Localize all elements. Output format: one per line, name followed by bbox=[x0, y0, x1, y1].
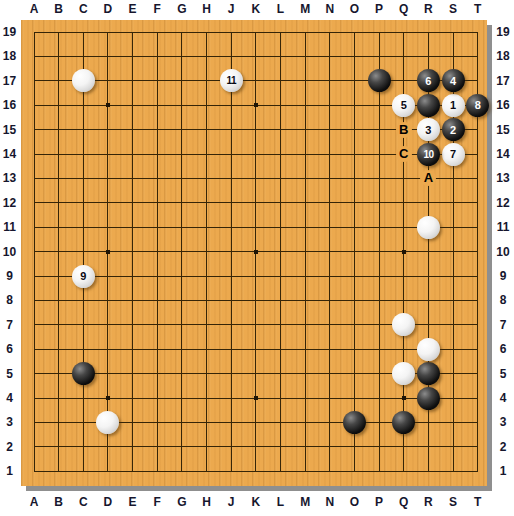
coord-label-right-8: 8 bbox=[492, 294, 514, 307]
coord-label-left-17: 17 bbox=[0, 75, 19, 88]
star-point bbox=[402, 250, 406, 254]
coord-label-right-9: 9 bbox=[492, 270, 514, 283]
go-board[interactable]: ABC1234567891011 bbox=[21, 20, 487, 486]
coord-label-right-14: 14 bbox=[492, 148, 514, 161]
grid-line-vertical bbox=[280, 32, 281, 472]
stone-black[interactable] bbox=[417, 94, 440, 117]
coord-label-right-6: 6 bbox=[492, 343, 514, 356]
coord-label-bottom-S: S bbox=[443, 496, 463, 509]
grid-line-horizontal bbox=[34, 446, 479, 447]
stone-white[interactable]: 3 bbox=[417, 118, 440, 141]
stone-black[interactable]: 2 bbox=[442, 118, 465, 141]
grid-line-horizontal bbox=[34, 276, 479, 277]
stone-black[interactable] bbox=[417, 387, 440, 410]
coord-label-top-A: A bbox=[24, 3, 44, 16]
coord-label-right-2: 2 bbox=[492, 441, 514, 454]
coord-label-bottom-D: D bbox=[98, 496, 118, 509]
coord-label-left-6: 6 bbox=[0, 343, 19, 356]
coord-label-left-18: 18 bbox=[0, 50, 19, 63]
coord-label-left-4: 4 bbox=[0, 392, 19, 405]
coord-label-top-J: J bbox=[221, 3, 241, 16]
coord-label-top-F: F bbox=[147, 3, 167, 16]
stone-black[interactable]: 10 bbox=[417, 143, 440, 166]
coord-label-top-M: M bbox=[295, 3, 315, 16]
coord-label-bottom-P: P bbox=[369, 496, 389, 509]
coord-label-bottom-N: N bbox=[320, 496, 340, 509]
coord-label-top-O: O bbox=[344, 3, 364, 16]
coord-label-left-16: 16 bbox=[0, 99, 19, 112]
coord-label-top-T: T bbox=[468, 3, 488, 16]
coord-label-bottom-B: B bbox=[49, 496, 69, 509]
coord-label-left-7: 7 bbox=[0, 319, 19, 332]
coord-label-top-L: L bbox=[271, 3, 291, 16]
star-point bbox=[402, 396, 406, 400]
stone-black[interactable] bbox=[417, 362, 440, 385]
coord-label-left-5: 5 bbox=[0, 368, 19, 381]
coord-label-bottom-Q: Q bbox=[394, 496, 414, 509]
coord-label-left-12: 12 bbox=[0, 197, 19, 210]
coord-label-right-7: 7 bbox=[492, 319, 514, 332]
stone-white[interactable] bbox=[392, 313, 415, 336]
stone-white[interactable] bbox=[417, 216, 440, 239]
stone-white[interactable]: 5 bbox=[392, 94, 415, 117]
coord-label-right-19: 19 bbox=[492, 26, 514, 39]
star-point bbox=[254, 396, 258, 400]
coord-label-bottom-C: C bbox=[73, 496, 93, 509]
coord-label-top-H: H bbox=[197, 3, 217, 16]
coord-label-right-18: 18 bbox=[492, 50, 514, 63]
stone-black[interactable] bbox=[368, 69, 391, 92]
grid-line-vertical bbox=[305, 32, 306, 472]
stone-white[interactable]: 1 bbox=[442, 94, 465, 117]
coord-label-bottom-O: O bbox=[344, 496, 364, 509]
grid-line-vertical bbox=[379, 32, 380, 472]
coord-label-left-10: 10 bbox=[0, 246, 19, 259]
coord-label-left-8: 8 bbox=[0, 294, 19, 307]
coord-label-bottom-R: R bbox=[418, 496, 438, 509]
coord-label-right-16: 16 bbox=[492, 99, 514, 112]
coord-label-top-B: B bbox=[49, 3, 69, 16]
coord-label-bottom-M: M bbox=[295, 496, 315, 509]
coord-label-top-G: G bbox=[172, 3, 192, 16]
star-point bbox=[106, 250, 110, 254]
stone-white[interactable] bbox=[96, 411, 119, 434]
coord-label-bottom-H: H bbox=[197, 496, 217, 509]
coord-label-bottom-L: L bbox=[271, 496, 291, 509]
stone-black[interactable]: 8 bbox=[466, 94, 489, 117]
coord-label-top-R: R bbox=[418, 3, 438, 16]
grid-line-horizontal bbox=[34, 300, 479, 301]
coord-label-bottom-G: G bbox=[172, 496, 192, 509]
grid-line-horizontal bbox=[34, 471, 479, 472]
stone-white[interactable]: 9 bbox=[72, 265, 95, 288]
stone-black[interactable] bbox=[392, 411, 415, 434]
coord-label-bottom-T: T bbox=[468, 496, 488, 509]
stone-white[interactable]: 7 bbox=[442, 143, 465, 166]
grid-line-vertical bbox=[329, 32, 330, 472]
coord-label-top-C: C bbox=[73, 3, 93, 16]
coord-label-bottom-K: K bbox=[246, 496, 266, 509]
coord-label-right-10: 10 bbox=[492, 246, 514, 259]
coord-label-bottom-F: F bbox=[147, 496, 167, 509]
stone-black[interactable] bbox=[343, 411, 366, 434]
stone-black[interactable]: 4 bbox=[442, 69, 465, 92]
coord-label-left-1: 1 bbox=[0, 465, 19, 478]
coord-label-right-17: 17 bbox=[492, 75, 514, 88]
coord-label-bottom-E: E bbox=[123, 496, 143, 509]
coord-label-right-3: 3 bbox=[492, 416, 514, 429]
coord-label-left-2: 2 bbox=[0, 441, 19, 454]
stone-white[interactable] bbox=[417, 338, 440, 361]
coord-label-left-9: 9 bbox=[0, 270, 19, 283]
coord-label-right-4: 4 bbox=[492, 392, 514, 405]
coord-label-bottom-J: J bbox=[221, 496, 241, 509]
coord-label-right-13: 13 bbox=[492, 172, 514, 185]
coord-label-left-15: 15 bbox=[0, 124, 19, 137]
coord-label-right-5: 5 bbox=[492, 368, 514, 381]
mark-label-A: A bbox=[420, 170, 436, 186]
stone-white[interactable] bbox=[392, 362, 415, 385]
coord-label-right-11: 11 bbox=[492, 221, 514, 234]
coord-label-left-13: 13 bbox=[0, 172, 19, 185]
coord-label-top-D: D bbox=[98, 3, 118, 16]
coord-label-top-S: S bbox=[443, 3, 463, 16]
coord-label-top-Q: Q bbox=[394, 3, 414, 16]
coord-label-top-P: P bbox=[369, 3, 389, 16]
mark-label-C: C bbox=[396, 146, 412, 162]
coord-label-left-11: 11 bbox=[0, 221, 19, 234]
grid-line-horizontal bbox=[34, 349, 479, 350]
coord-label-bottom-A: A bbox=[24, 496, 44, 509]
stone-black[interactable] bbox=[72, 362, 95, 385]
stone-white[interactable] bbox=[72, 69, 95, 92]
star-point bbox=[254, 250, 258, 254]
stone-black[interactable]: 6 bbox=[417, 69, 440, 92]
star-point bbox=[254, 103, 258, 107]
coord-label-right-15: 15 bbox=[492, 124, 514, 137]
star-point bbox=[106, 396, 110, 400]
go-diagram: ABC1234567891011 AABBCCDDEEFFGGHHJJKKLLM… bbox=[0, 0, 514, 516]
coord-label-left-14: 14 bbox=[0, 148, 19, 161]
coord-label-top-E: E bbox=[123, 3, 143, 16]
coord-label-top-K: K bbox=[246, 3, 266, 16]
grid-line-vertical bbox=[354, 32, 355, 472]
star-point bbox=[106, 103, 110, 107]
mark-label-B: B bbox=[396, 122, 412, 138]
stone-white[interactable]: 11 bbox=[220, 69, 243, 92]
coord-label-left-3: 3 bbox=[0, 416, 19, 429]
coord-label-right-1: 1 bbox=[492, 465, 514, 478]
coord-label-right-12: 12 bbox=[492, 197, 514, 210]
coord-label-top-N: N bbox=[320, 3, 340, 16]
coord-label-left-19: 19 bbox=[0, 26, 19, 39]
